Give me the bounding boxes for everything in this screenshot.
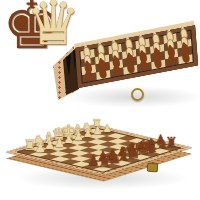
piece-white-p: ♟ — [93, 126, 103, 137]
piece-white-p: ♟ — [83, 128, 93, 139]
piece-black-r: ♜ — [97, 153, 112, 170]
piece-white-p: ♟ — [103, 123, 112, 133]
piece-white-p: ♟ — [73, 131, 83, 142]
piece-white-p: ♟ — [34, 142, 45, 155]
piece-white-p: ♟ — [64, 134, 75, 146]
display-piece-light-queen: ♛ — [26, 0, 81, 53]
piece-white-p: ♟ — [54, 137, 65, 149]
product-photo-chess-set: ♚ ♛ ♜♞♝♛♚♝♞♜♟♟♟♟♟♟♟♟♟♟♟♟♟♟♟♟♜♞♝♛♚♝♞♜ — [0, 0, 200, 200]
